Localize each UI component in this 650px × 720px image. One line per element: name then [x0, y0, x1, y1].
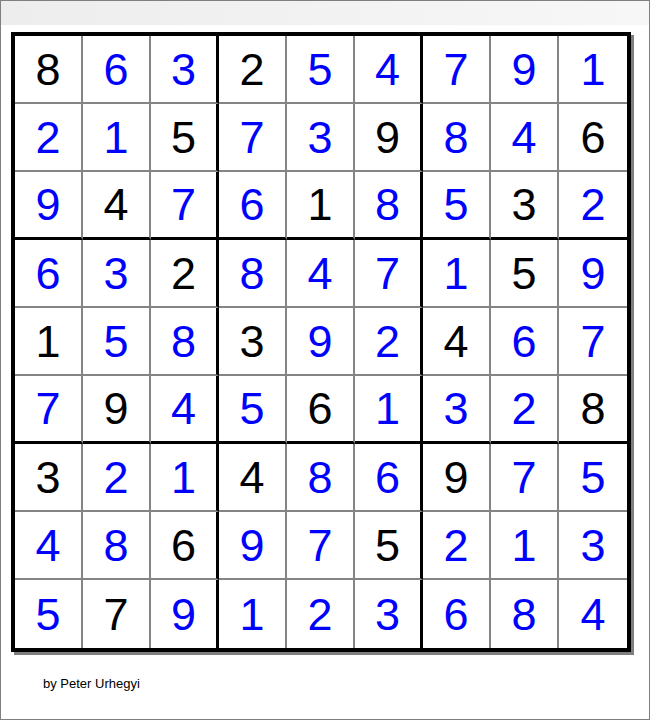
cell-r5c4[interactable]: 3	[219, 308, 287, 376]
cell-digit: 1	[239, 592, 264, 637]
cell-digit: 5	[171, 115, 196, 160]
cell-digit: 4	[103, 182, 128, 227]
cell-r1c1[interactable]: 8	[15, 36, 83, 104]
cell-digit: 8	[511, 592, 536, 637]
cell-digit: 9	[239, 523, 264, 568]
cell-r1c3[interactable]: 3	[151, 36, 219, 104]
cell-digit: 7	[307, 523, 332, 568]
cell-digit: 6	[375, 455, 400, 500]
cell-digit: 1	[443, 251, 468, 296]
cell-digit: 6	[239, 182, 264, 227]
cell-digit: 2	[511, 386, 536, 431]
cell-r8c2[interactable]: 8	[83, 512, 151, 580]
cell-digit: 2	[239, 47, 264, 92]
cell-digit: 8	[171, 319, 196, 364]
cell-r7c9[interactable]: 5	[559, 444, 627, 512]
cell-digit: 4	[443, 319, 468, 364]
cell-r6c2[interactable]: 9	[83, 376, 151, 444]
cell-digit: 7	[35, 386, 60, 431]
cell-r1c4[interactable]: 2	[219, 36, 287, 104]
cell-digit: 3	[103, 251, 128, 296]
cell-r2c2[interactable]: 1	[83, 104, 151, 172]
cell-r8c6[interactable]: 5	[355, 512, 423, 580]
cell-digit: 5	[307, 47, 332, 92]
cell-r4c8[interactable]: 5	[491, 240, 559, 308]
cell-r1c6[interactable]: 4	[355, 36, 423, 104]
cell-digit: 3	[171, 47, 196, 92]
cell-r2c9[interactable]: 6	[559, 104, 627, 172]
cell-r5c2[interactable]: 5	[83, 308, 151, 376]
cell-r4c7[interactable]: 1	[423, 240, 491, 308]
cell-r3c6[interactable]: 8	[355, 172, 423, 240]
top-strip	[1, 1, 649, 26]
cell-r9c3[interactable]: 9	[151, 580, 219, 648]
cell-digit: 6	[103, 47, 128, 92]
cell-digit: 2	[103, 455, 128, 500]
cell-r6c1[interactable]: 7	[15, 376, 83, 444]
cell-r8c5[interactable]: 7	[287, 512, 355, 580]
cell-digit: 1	[171, 455, 196, 500]
cell-r1c8[interactable]: 9	[491, 36, 559, 104]
sudoku-board: 8632547912157398469476185326328471591583…	[11, 32, 631, 652]
cell-r1c9[interactable]: 1	[559, 36, 627, 104]
cell-digit: 7	[580, 319, 605, 364]
cell-digit: 4	[239, 455, 264, 500]
cell-digit: 3	[511, 182, 536, 227]
cell-r4c4[interactable]: 8	[219, 240, 287, 308]
cell-r8c8[interactable]: 1	[491, 512, 559, 580]
cell-r5c1[interactable]: 1	[15, 308, 83, 376]
cell-digit: 9	[307, 319, 332, 364]
cell-digit: 1	[511, 523, 536, 568]
cell-digit: 5	[103, 319, 128, 364]
cell-r3c7[interactable]: 5	[423, 172, 491, 240]
cell-digit: 9	[511, 47, 536, 92]
cell-digit: 9	[443, 455, 468, 500]
page: 8632547912157398469476185326328471591583…	[0, 0, 650, 720]
cell-r2c7[interactable]: 8	[423, 104, 491, 172]
cell-r2c4[interactable]: 7	[219, 104, 287, 172]
cell-r8c9[interactable]: 3	[559, 512, 627, 580]
cell-r4c5[interactable]: 4	[287, 240, 355, 308]
cell-r6c7[interactable]: 3	[423, 376, 491, 444]
cell-digit: 6	[35, 251, 60, 296]
cell-digit: 7	[443, 47, 468, 92]
cell-r6c8[interactable]: 2	[491, 376, 559, 444]
cell-digit: 9	[103, 386, 128, 431]
cell-r5c6[interactable]: 2	[355, 308, 423, 376]
cell-r8c1[interactable]: 4	[15, 512, 83, 580]
cell-digit: 1	[580, 47, 605, 92]
cell-r7c3[interactable]: 1	[151, 444, 219, 512]
cell-digit: 5	[35, 592, 60, 637]
cell-r7c6[interactable]: 6	[355, 444, 423, 512]
cell-r3c3[interactable]: 7	[151, 172, 219, 240]
cell-digit: 8	[443, 115, 468, 160]
cell-digit: 3	[307, 115, 332, 160]
cell-r1c7[interactable]: 7	[423, 36, 491, 104]
cell-digit: 5	[580, 455, 605, 500]
cell-digit: 9	[580, 251, 605, 296]
cell-digit: 8	[103, 523, 128, 568]
cell-digit: 5	[239, 386, 264, 431]
cell-digit: 8	[307, 455, 332, 500]
cell-digit: 2	[443, 523, 468, 568]
cell-r5c3[interactable]: 8	[151, 308, 219, 376]
cell-digit: 2	[307, 592, 332, 637]
cell-digit: 4	[511, 115, 536, 160]
cell-r9c1[interactable]: 5	[15, 580, 83, 648]
cell-r1c2[interactable]: 6	[83, 36, 151, 104]
cell-digit: 6	[511, 319, 536, 364]
cell-r7c2[interactable]: 2	[83, 444, 151, 512]
cell-digit: 4	[35, 523, 60, 568]
cell-r5c7[interactable]: 4	[423, 308, 491, 376]
cell-digit: 5	[511, 251, 536, 296]
cell-r6c5[interactable]: 6	[287, 376, 355, 444]
cell-digit: 2	[375, 319, 400, 364]
cell-r3c9[interactable]: 2	[559, 172, 627, 240]
cell-r3c8[interactable]: 3	[491, 172, 559, 240]
cell-r9c8[interactable]: 8	[491, 580, 559, 648]
cell-digit: 8	[375, 182, 400, 227]
cell-r3c1[interactable]: 9	[15, 172, 83, 240]
cell-r2c3[interactable]: 5	[151, 104, 219, 172]
cell-r2c6[interactable]: 9	[355, 104, 423, 172]
cell-digit: 5	[443, 182, 468, 227]
cell-digit: 4	[375, 47, 400, 92]
cell-digit: 2	[171, 251, 196, 296]
cell-digit: 4	[171, 386, 196, 431]
cell-digit: 8	[35, 47, 60, 92]
cell-digit: 6	[443, 592, 468, 637]
cell-digit: 6	[580, 115, 605, 160]
cell-r2c1[interactable]: 2	[15, 104, 83, 172]
cell-digit: 3	[443, 386, 468, 431]
author-caption: by Peter Urhegyi	[43, 676, 140, 691]
cell-digit: 3	[580, 523, 605, 568]
cell-r2c8[interactable]: 4	[491, 104, 559, 172]
cell-digit: 1	[375, 386, 400, 431]
cell-r3c4[interactable]: 6	[219, 172, 287, 240]
cell-r1c5[interactable]: 5	[287, 36, 355, 104]
cell-r9c5[interactable]: 2	[287, 580, 355, 648]
cell-digit: 8	[239, 251, 264, 296]
cell-r7c8[interactable]: 7	[491, 444, 559, 512]
cell-digit: 3	[239, 319, 264, 364]
cell-r4c1[interactable]: 6	[15, 240, 83, 308]
cell-digit: 1	[103, 115, 128, 160]
cell-digit: 5	[375, 523, 400, 568]
cell-r7c7[interactable]: 9	[423, 444, 491, 512]
cell-digit: 7	[511, 455, 536, 500]
cell-r5c9[interactable]: 7	[559, 308, 627, 376]
cell-digit: 6	[171, 523, 196, 568]
cell-r4c2[interactable]: 3	[83, 240, 151, 308]
cell-digit: 9	[35, 182, 60, 227]
cell-digit: 3	[35, 455, 60, 500]
cell-digit: 1	[35, 319, 60, 364]
cell-r3c5[interactable]: 1	[287, 172, 355, 240]
cell-digit: 4	[580, 592, 605, 637]
cell-digit: 7	[171, 182, 196, 227]
cell-digit: 3	[375, 592, 400, 637]
cell-r9c6[interactable]: 3	[355, 580, 423, 648]
cell-digit: 4	[307, 251, 332, 296]
cell-digit: 2	[580, 182, 605, 227]
cell-r6c3[interactable]: 4	[151, 376, 219, 444]
cell-digit: 1	[307, 182, 332, 227]
cell-digit: 7	[375, 251, 400, 296]
cell-r9c7[interactable]: 6	[423, 580, 491, 648]
cell-r4c9[interactable]: 9	[559, 240, 627, 308]
cell-r5c8[interactable]: 6	[491, 308, 559, 376]
cell-digit: 9	[171, 592, 196, 637]
cell-r2c5[interactable]: 3	[287, 104, 355, 172]
cell-r8c4[interactable]: 9	[219, 512, 287, 580]
cell-r7c4[interactable]: 4	[219, 444, 287, 512]
cell-digit: 9	[375, 115, 400, 160]
cell-r4c3[interactable]: 2	[151, 240, 219, 308]
cell-digit: 2	[35, 115, 60, 160]
cell-r9c9[interactable]: 4	[559, 580, 627, 648]
cell-digit: 7	[103, 592, 128, 637]
cell-digit: 6	[307, 386, 332, 431]
cell-r9c4[interactable]: 1	[219, 580, 287, 648]
cell-r8c7[interactable]: 2	[423, 512, 491, 580]
cell-r3c2[interactable]: 4	[83, 172, 151, 240]
cell-r9c2[interactable]: 7	[83, 580, 151, 648]
cell-r4c6[interactable]: 7	[355, 240, 423, 308]
cell-r6c9[interactable]: 8	[559, 376, 627, 444]
cell-r6c6[interactable]: 1	[355, 376, 423, 444]
cell-r5c5[interactable]: 9	[287, 308, 355, 376]
cell-r6c4[interactable]: 5	[219, 376, 287, 444]
cell-digit: 8	[580, 386, 605, 431]
cell-r7c1[interactable]: 3	[15, 444, 83, 512]
cell-r7c5[interactable]: 8	[287, 444, 355, 512]
cell-digit: 7	[239, 115, 264, 160]
cell-r8c3[interactable]: 6	[151, 512, 219, 580]
